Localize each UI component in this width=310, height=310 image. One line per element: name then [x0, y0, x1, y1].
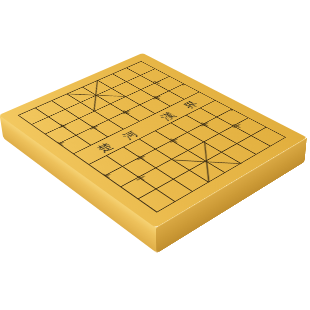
product-photo: 楚 河 漢 界: [0, 0, 310, 310]
xiangqi-board: 楚 河 漢 界: [0, 53, 307, 228]
